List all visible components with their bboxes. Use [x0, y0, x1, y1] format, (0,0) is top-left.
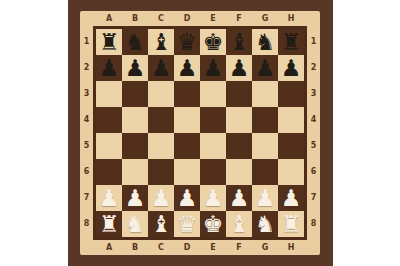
black-rook: ♜: [99, 29, 120, 55]
square-b6[interactable]: [122, 159, 148, 185]
black-bishop: ♝: [151, 29, 172, 55]
square-h3[interactable]: [278, 81, 304, 107]
rank-labels-right: 12345678: [307, 26, 320, 240]
square-d3[interactable]: [174, 81, 200, 107]
square-a5[interactable]: [96, 133, 122, 159]
black-knight: ♞: [125, 29, 146, 55]
file-labels-bottom: ABCDEFGH: [96, 240, 304, 255]
square-b8[interactable]: ♞: [122, 211, 148, 237]
black-pawn: ♟: [125, 55, 146, 81]
square-g8[interactable]: ♞: [252, 211, 278, 237]
square-a4[interactable]: [96, 107, 122, 133]
white-pawn: ♟: [151, 185, 172, 211]
file-label-g: G: [252, 15, 278, 23]
square-h2[interactable]: ♟: [278, 55, 304, 81]
square-d8[interactable]: ♛: [174, 211, 200, 237]
chessboard-graphic: ABCDEFGH 12345678 ♜♞♝♛♚♝♞♜♟♟♟♟♟♟♟♟♟♟♟♟♟♟…: [68, 0, 333, 266]
black-knight: ♞: [255, 29, 276, 55]
white-pawn: ♟: [255, 185, 276, 211]
rank-label-5: 5: [80, 133, 93, 159]
square-f8[interactable]: ♝: [226, 211, 252, 237]
file-label-g: G: [252, 244, 278, 252]
white-king: ♚: [203, 211, 224, 237]
white-pawn: ♟: [125, 185, 146, 211]
white-knight: ♞: [125, 211, 146, 237]
square-f6[interactable]: [226, 159, 252, 185]
file-label-h: H: [278, 244, 304, 252]
square-c3[interactable]: [148, 81, 174, 107]
file-label-e: E: [200, 244, 226, 252]
rank-label-5: 5: [307, 133, 320, 159]
file-label-a: A: [96, 15, 122, 23]
square-a8[interactable]: ♜: [96, 211, 122, 237]
white-bishop: ♝: [151, 211, 172, 237]
square-g5[interactable]: [252, 133, 278, 159]
square-e7[interactable]: ♟: [200, 185, 226, 211]
file-label-a: A: [96, 244, 122, 252]
square-c4[interactable]: [148, 107, 174, 133]
rank-label-8: 8: [307, 211, 320, 237]
white-knight: ♞: [255, 211, 276, 237]
black-bishop: ♝: [229, 29, 250, 55]
white-pawn: ♟: [281, 185, 302, 211]
rank-label-3: 3: [80, 81, 93, 107]
square-a7[interactable]: ♟: [96, 185, 122, 211]
file-label-f: F: [226, 15, 252, 23]
square-f3[interactable]: [226, 81, 252, 107]
white-bishop: ♝: [229, 211, 250, 237]
white-pawn: ♟: [229, 185, 250, 211]
square-e3[interactable]: [200, 81, 226, 107]
black-pawn: ♟: [151, 55, 172, 81]
file-label-b: B: [122, 244, 148, 252]
square-b4[interactable]: [122, 107, 148, 133]
square-h8[interactable]: ♜: [278, 211, 304, 237]
square-a6[interactable]: [96, 159, 122, 185]
square-h7[interactable]: ♟: [278, 185, 304, 211]
square-c7[interactable]: ♟: [148, 185, 174, 211]
board-frame: ABCDEFGH 12345678 ♜♞♝♛♚♝♞♜♟♟♟♟♟♟♟♟♟♟♟♟♟♟…: [80, 11, 320, 255]
square-g4[interactable]: [252, 107, 278, 133]
black-pawn: ♟: [99, 55, 120, 81]
square-g3[interactable]: [252, 81, 278, 107]
square-e6[interactable]: [200, 159, 226, 185]
white-rook: ♜: [99, 211, 120, 237]
square-b3[interactable]: [122, 81, 148, 107]
square-a3[interactable]: [96, 81, 122, 107]
black-pawn: ♟: [281, 55, 302, 81]
square-e1[interactable]: ♚: [200, 29, 226, 55]
square-f1[interactable]: ♝: [226, 29, 252, 55]
square-h4[interactable]: [278, 107, 304, 133]
white-pawn: ♟: [99, 185, 120, 211]
square-c1[interactable]: ♝: [148, 29, 174, 55]
square-g1[interactable]: ♞: [252, 29, 278, 55]
rank-label-3: 3: [307, 81, 320, 107]
rank-label-4: 4: [80, 107, 93, 133]
file-label-d: D: [174, 244, 200, 252]
rank-label-1: 1: [307, 29, 320, 55]
rank-label-8: 8: [80, 211, 93, 237]
rank-label-4: 4: [307, 107, 320, 133]
file-label-d: D: [174, 15, 200, 23]
rank-label-7: 7: [80, 185, 93, 211]
square-f2[interactable]: ♟: [226, 55, 252, 81]
board: ♜♞♝♛♚♝♞♜♟♟♟♟♟♟♟♟♟♟♟♟♟♟♟♟♜♞♝♛♚♝♞♜: [93, 26, 307, 240]
square-e8[interactable]: ♚: [200, 211, 226, 237]
black-king: ♚: [203, 29, 224, 55]
square-a2[interactable]: ♟: [96, 55, 122, 81]
square-g7[interactable]: ♟: [252, 185, 278, 211]
white-queen: ♛: [177, 211, 198, 237]
square-e2[interactable]: ♟: [200, 55, 226, 81]
square-g6[interactable]: [252, 159, 278, 185]
black-pawn: ♟: [229, 55, 250, 81]
black-pawn: ♟: [177, 55, 198, 81]
square-d4[interactable]: [174, 107, 200, 133]
white-pawn: ♟: [203, 185, 224, 211]
file-label-e: E: [200, 15, 226, 23]
square-c8[interactable]: ♝: [148, 211, 174, 237]
square-d5[interactable]: [174, 133, 200, 159]
file-label-h: H: [278, 15, 304, 23]
square-g2[interactable]: ♟: [252, 55, 278, 81]
file-labels-top: ABCDEFGH: [96, 11, 304, 26]
square-d2[interactable]: ♟: [174, 55, 200, 81]
square-c6[interactable]: [148, 159, 174, 185]
square-e5[interactable]: [200, 133, 226, 159]
square-h1[interactable]: ♜: [278, 29, 304, 55]
file-label-c: C: [148, 244, 174, 252]
rank-label-6: 6: [307, 159, 320, 185]
square-f7[interactable]: ♟: [226, 185, 252, 211]
square-b5[interactable]: [122, 133, 148, 159]
square-b7[interactable]: ♟: [122, 185, 148, 211]
square-d6[interactable]: [174, 159, 200, 185]
black-queen: ♛: [177, 29, 198, 55]
black-rook: ♜: [281, 29, 302, 55]
square-h5[interactable]: [278, 133, 304, 159]
rank-label-1: 1: [80, 29, 93, 55]
square-b2[interactable]: ♟: [122, 55, 148, 81]
square-f5[interactable]: [226, 133, 252, 159]
square-f4[interactable]: [226, 107, 252, 133]
rank-label-2: 2: [80, 55, 93, 81]
square-b1[interactable]: ♞: [122, 29, 148, 55]
white-rook: ♜: [281, 211, 302, 237]
board-middle: 12345678 ♜♞♝♛♚♝♞♜♟♟♟♟♟♟♟♟♟♟♟♟♟♟♟♟♜♞♝♛♚♝♞…: [80, 26, 320, 240]
rank-labels-left: 12345678: [80, 26, 93, 240]
white-pawn: ♟: [177, 185, 198, 211]
rank-label-6: 6: [80, 159, 93, 185]
file-label-c: C: [148, 15, 174, 23]
black-pawn: ♟: [255, 55, 276, 81]
file-label-f: F: [226, 244, 252, 252]
square-d7[interactable]: ♟: [174, 185, 200, 211]
square-h6[interactable]: [278, 159, 304, 185]
square-a1[interactable]: ♜: [96, 29, 122, 55]
square-d1[interactable]: ♛: [174, 29, 200, 55]
rank-label-7: 7: [307, 185, 320, 211]
black-pawn: ♟: [203, 55, 224, 81]
file-label-b: B: [122, 15, 148, 23]
square-e4[interactable]: [200, 107, 226, 133]
square-c2[interactable]: ♟: [148, 55, 174, 81]
rank-label-2: 2: [307, 55, 320, 81]
page: ABCDEFGH 12345678 ♜♞♝♛♚♝♞♜♟♟♟♟♟♟♟♟♟♟♟♟♟♟…: [0, 0, 400, 266]
square-c5[interactable]: [148, 133, 174, 159]
